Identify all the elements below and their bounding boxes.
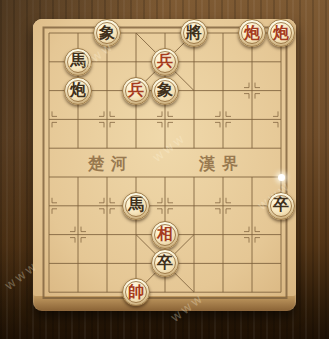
piece-glyph: 象 <box>152 77 178 103</box>
piece-glyph: 炮 <box>239 20 265 46</box>
piece-glyph: 炮 <box>268 20 294 46</box>
piece-black-cannon[interactable]: 炮 <box>64 77 92 105</box>
piece-black-horse[interactable]: 馬 <box>122 192 150 220</box>
piece-red-elephant[interactable]: 相 <box>151 221 179 249</box>
last-move-marker <box>278 174 285 181</box>
piece-glyph: 帥 <box>123 279 149 305</box>
piece-black-horse[interactable]: 馬 <box>64 48 92 76</box>
piece-glyph: 馬 <box>123 192 149 218</box>
piece-red-general[interactable]: 帥 <box>122 278 150 306</box>
piece-glyph: 卒 <box>268 192 294 218</box>
piece-red-cannon[interactable]: 炮 <box>267 19 295 47</box>
piece-black-elephant[interactable]: 象 <box>93 19 121 47</box>
river-label-han: 漢界 <box>199 154 245 174</box>
piece-glyph: 象 <box>94 20 120 46</box>
piece-glyph: 將 <box>181 20 207 46</box>
piece-red-soldier[interactable]: 兵 <box>122 77 150 105</box>
piece-glyph: 馬 <box>65 48 91 74</box>
river-label-chu: 楚河 <box>88 154 134 174</box>
piece-glyph: 炮 <box>65 77 91 103</box>
piece-black-elephant[interactable]: 象 <box>151 77 179 105</box>
piece-black-soldier[interactable]: 卒 <box>151 249 179 277</box>
piece-red-cannon[interactable]: 炮 <box>238 19 266 47</box>
piece-glyph: 兵 <box>123 77 149 103</box>
piece-glyph: 相 <box>152 221 178 247</box>
piece-glyph: 卒 <box>152 250 178 276</box>
piece-red-soldier[interactable]: 兵 <box>151 48 179 76</box>
piece-black-general[interactable]: 將 <box>180 19 208 47</box>
piece-glyph: 兵 <box>152 48 178 74</box>
xiangqi-game-screen: 楚河 漢界 象將炮炮馬兵炮兵象馬卒相卒帥 www www www www www <box>0 0 329 339</box>
piece-black-soldier[interactable]: 卒 <box>267 192 295 220</box>
